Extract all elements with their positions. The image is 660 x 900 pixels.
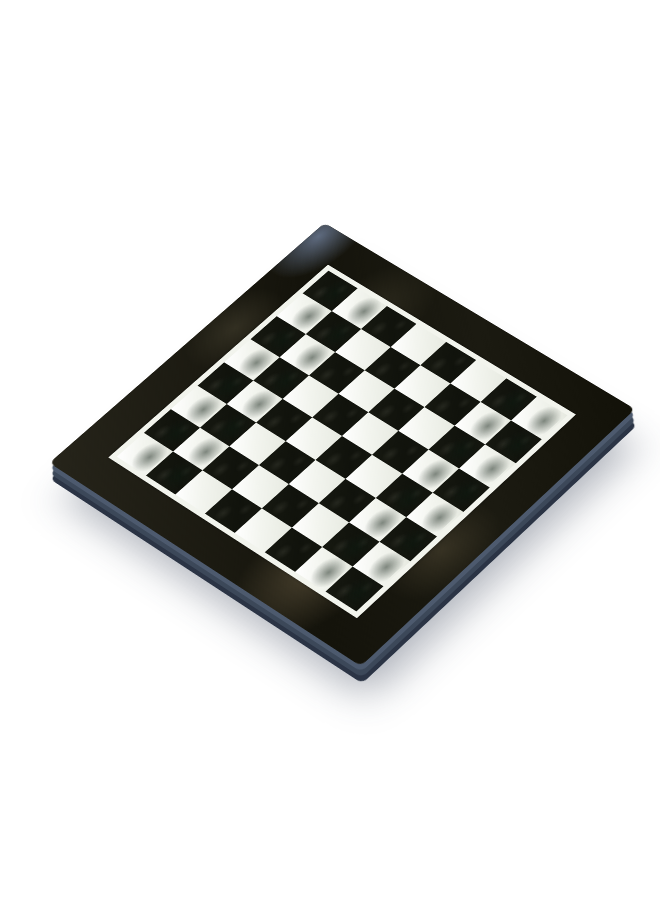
photo-scene: ♜♞♝♚♛♝♞♜♟♟♟♟♟♟♟♟♟♟♟♟♟♟♟♟♜♞♝♚♛♝♞♜ <box>0 0 660 900</box>
black-rook-a8: ♜ <box>117 433 173 476</box>
product-photo: ♜♞♝♚♛♝♞♜♟♟♟♟♟♟♟♟♟♟♟♟♟♟♟♟♜♞♝♚♛♝♞♜ <box>0 0 660 900</box>
chess-board: ♜♞♝♚♛♝♞♜♟♟♟♟♟♟♟♟♟♟♟♟♟♟♟♟♜♞♝♚♛♝♞♜ <box>49 223 635 666</box>
piece-layer: ♜♞♝♚♛♝♞♜♟♟♟♟♟♟♟♟♟♟♟♟♟♟♟♟♜♞♝♚♛♝♞♜ <box>49 223 635 666</box>
